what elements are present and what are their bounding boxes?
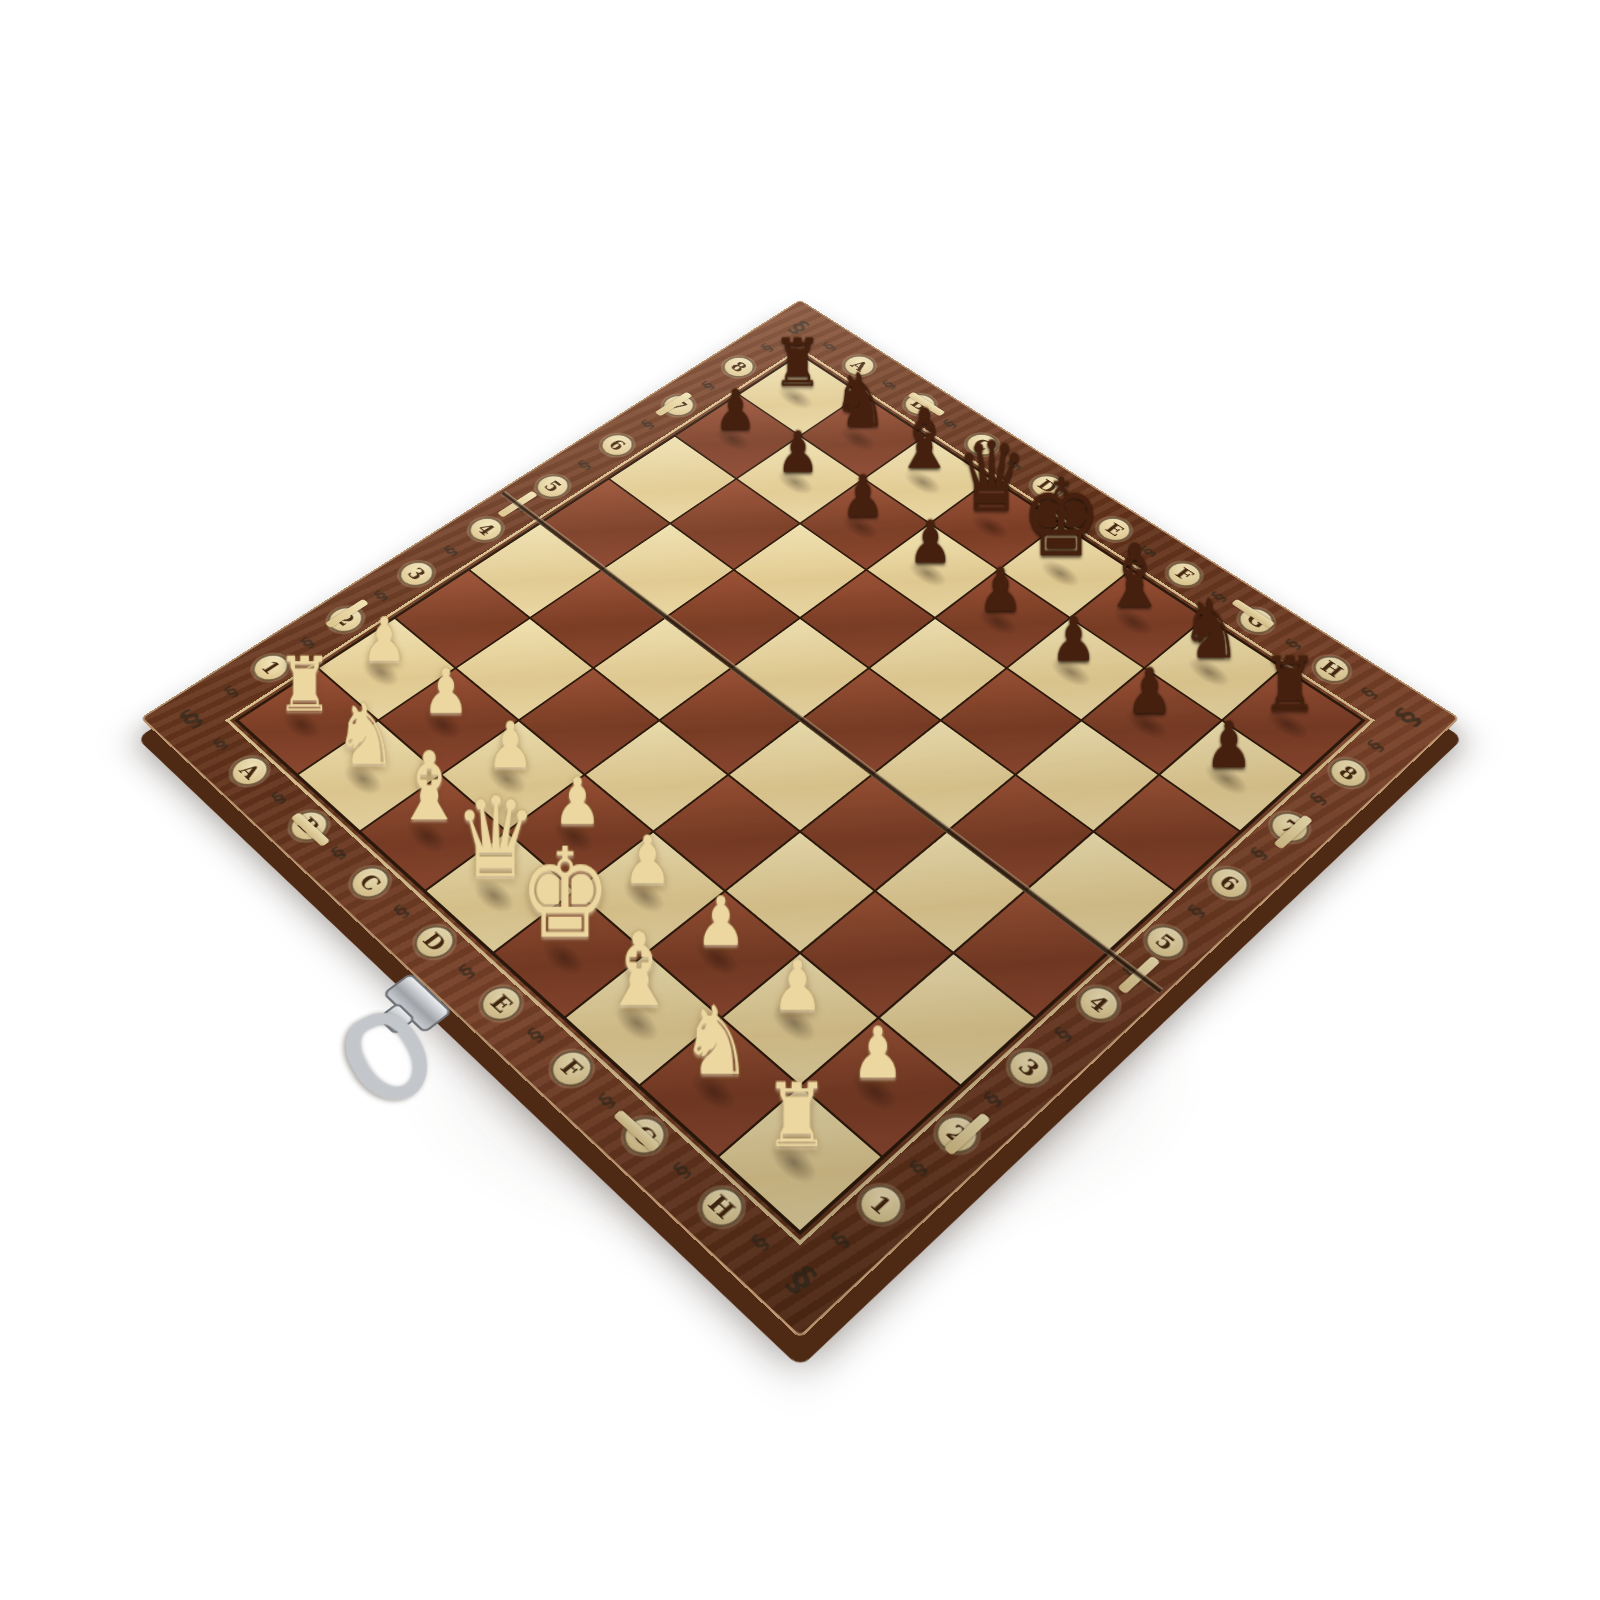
piece-black-pawn: ♟ [841, 467, 884, 525]
square-f6 [942, 669, 1080, 773]
rank-label: 3 [1000, 1042, 1059, 1093]
piece-black-knight: ♞ [832, 363, 887, 437]
square-d5 [733, 619, 868, 719]
piece-white-rook: ♜ [764, 1071, 830, 1159]
scroll-ornament-icon: § [370, 588, 392, 605]
rank-label: 6 [594, 430, 640, 461]
piece-white-knight: ♞ [681, 993, 752, 1088]
piece-white-pawn: ♟ [487, 713, 535, 777]
piece-black-pawn: ♟ [1205, 713, 1253, 777]
scroll-ornament-icon: § [1358, 685, 1383, 703]
piece-white-pawn: ♟ [851, 1017, 904, 1088]
rank-label: 5 [529, 470, 576, 503]
scroll-ornament-icon: § [1246, 845, 1273, 865]
file-label: F [542, 1043, 601, 1094]
scroll-ornament-icon: § [327, 844, 351, 864]
piece-black-pawn: ♟ [908, 512, 952, 571]
piece-black-king: ♚ [1021, 465, 1101, 573]
scroll-ornament-icon: § [523, 1024, 549, 1047]
piece-black-pawn: ♟ [715, 382, 756, 438]
chess-box: ♜♞♝♛♚♝♞♜♟♟♟♟♟♟♟♟♟♟♟♟♟♟♟♟♜♞♝♛♚♝♞♜ §8§7§6§… [140, 300, 1460, 1339]
scroll-ornament-icon: § [820, 340, 841, 353]
piece-white-king: ♚ [519, 832, 612, 957]
wooden-frame: ♜♞♝♛♚♝♞♜♟♟♟♟♟♟♟♟♟♟♟♟♟♟♟♟♜♞♝♛♚♝♞♜ §8§7§6§… [140, 300, 1460, 1339]
perspective-scene: ♜♞♝♛♚♝♞♜♟♟♟♟♟♟♟♟♟♟♟♟♟♟♟♟♜♞♝♛♚♝♞♜ §8§7§6§… [0, 0, 1600, 1600]
scroll-ornament-icon: § [390, 901, 415, 922]
scroll-ornament-icon: § [210, 736, 233, 755]
piece-black-bishop: ♝ [894, 398, 956, 481]
file-label: A [223, 751, 276, 792]
file-label: D [406, 919, 462, 966]
scroll-ornament-icon: § [441, 543, 463, 559]
rank-label: 1 [850, 1177, 912, 1233]
rank-label: 5 [1137, 919, 1193, 966]
piece-white-rook: ♜ [277, 647, 333, 723]
piece-white-pawn: ♟ [423, 659, 470, 721]
scroll-ornament-icon: § [905, 1157, 934, 1182]
scroll-ornament-icon: § [1184, 902, 1211, 923]
piece-black-bishop: ♝ [1102, 533, 1167, 621]
scroll-ornament-icon: § [594, 1090, 621, 1114]
rank-label: 7 [1263, 806, 1317, 849]
piece-black-rook: ♜ [1262, 647, 1318, 723]
square-c6 [735, 524, 865, 616]
rank-label: 3 [392, 556, 441, 591]
scroll-ornament-icon: § [1364, 737, 1390, 756]
scroll-ornament-icon: § [669, 1158, 697, 1183]
piece-black-knight: ♞ [1180, 589, 1241, 671]
scroll-ornament-icon: § [574, 458, 595, 473]
piece-white-pawn: ♟ [623, 826, 673, 893]
piece-black-rook: ♜ [773, 330, 822, 396]
scroll-ornament-icon: § [1306, 790, 1332, 809]
file-label: C [343, 860, 398, 905]
piece-white-knight: ♞ [334, 692, 397, 777]
scroll-ornament-icon: § [455, 961, 480, 983]
scroll-ornament-icon: § [979, 1089, 1007, 1113]
piece-white-pawn: ♟ [772, 950, 824, 1020]
file-label: H [691, 1179, 753, 1235]
piece-white-pawn: ♟ [695, 887, 746, 955]
piece-black-pawn: ♟ [777, 424, 819, 481]
piece-black-pawn: ♟ [1051, 608, 1097, 669]
piece-black-queen: ♛ [956, 430, 1028, 526]
piece-black-pawn: ♟ [978, 559, 1023, 619]
scroll-ornament-icon: § [1051, 1024, 1079, 1047]
piece-white-bishop: ♝ [601, 919, 677, 1021]
scroll-ornament-icon: § [638, 418, 659, 432]
piece-black-pawn: ♟ [1126, 659, 1173, 721]
scroll-ornament-icon: § [221, 683, 243, 701]
product-photo-stage: ♜♞♝♛♚♝♞♜♟♟♟♟♟♟♟♟♟♟♟♟♟♟♟♟♜♞♝♛♚♝♞♜ §8§7§6§… [0, 0, 1600, 1600]
file-label: E [473, 980, 531, 1029]
scroll-ornament-icon: § [827, 1228, 856, 1254]
scroll-ornament-icon: § [267, 789, 290, 808]
rank-label: 6 [1201, 861, 1256, 906]
piece-white-pawn: ♟ [361, 608, 407, 669]
rank-label: 4 [462, 512, 510, 546]
rank-label: 8 [1322, 752, 1375, 793]
